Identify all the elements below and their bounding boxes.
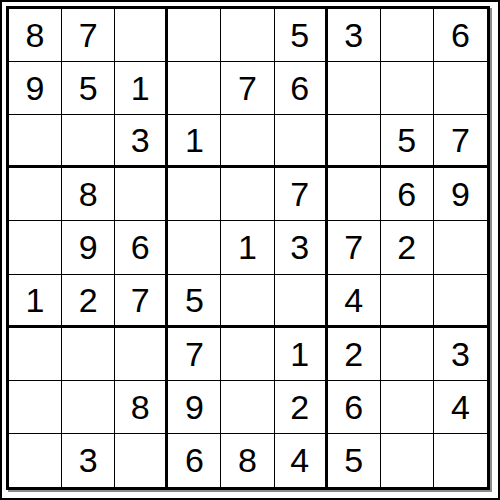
cell-r1c9[interactable]: 6 — [434, 9, 487, 62]
cell-r2c8[interactable] — [381, 62, 434, 115]
cell-r9c4[interactable]: 6 — [168, 434, 221, 487]
cell-r9c6[interactable]: 4 — [275, 434, 328, 487]
cell-r8c1[interactable] — [9, 381, 62, 434]
cell-r6c7[interactable]: 4 — [328, 275, 381, 328]
cell-r2c7[interactable] — [328, 62, 381, 115]
cell-r2c2[interactable]: 5 — [62, 62, 115, 115]
cell-r7c7[interactable]: 2 — [328, 328, 381, 381]
cell-r7c2[interactable] — [62, 328, 115, 381]
cell-r9c9[interactable] — [434, 434, 487, 487]
cell-r4c7[interactable] — [328, 168, 381, 221]
cell-r4c9[interactable]: 9 — [434, 168, 487, 221]
cell-r6c3[interactable]: 7 — [115, 275, 168, 328]
cell-r1c3[interactable] — [115, 9, 168, 62]
cell-r7c9[interactable]: 3 — [434, 328, 487, 381]
cell-r4c3[interactable] — [115, 168, 168, 221]
cell-r4c5[interactable] — [221, 168, 274, 221]
cell-r7c3[interactable] — [115, 328, 168, 381]
cell-r2c9[interactable] — [434, 62, 487, 115]
cell-r1c1[interactable]: 8 — [9, 9, 62, 62]
cell-r1c2[interactable]: 7 — [62, 9, 115, 62]
cell-r8c6[interactable]: 2 — [275, 381, 328, 434]
cell-r3c9[interactable]: 7 — [434, 115, 487, 168]
cell-r9c8[interactable] — [381, 434, 434, 487]
cell-r5c4[interactable] — [168, 221, 221, 274]
cell-r5c9[interactable] — [434, 221, 487, 274]
cell-r9c3[interactable] — [115, 434, 168, 487]
cell-r5c5[interactable]: 1 — [221, 221, 274, 274]
cell-r3c8[interactable]: 5 — [381, 115, 434, 168]
cell-r5c3[interactable]: 6 — [115, 221, 168, 274]
cell-r7c1[interactable] — [9, 328, 62, 381]
cell-r8c8[interactable] — [381, 381, 434, 434]
cell-r4c2[interactable]: 8 — [62, 168, 115, 221]
cell-r6c1[interactable]: 1 — [9, 275, 62, 328]
cell-r3c2[interactable] — [62, 115, 115, 168]
image-frame: 8753695176315787699613721275471238926436… — [0, 0, 500, 500]
cell-r4c4[interactable] — [168, 168, 221, 221]
cell-r1c4[interactable] — [168, 9, 221, 62]
cell-r8c3[interactable]: 8 — [115, 381, 168, 434]
cell-r7c8[interactable] — [381, 328, 434, 381]
cell-r1c8[interactable] — [381, 9, 434, 62]
cell-r3c4[interactable]: 1 — [168, 115, 221, 168]
cell-r2c1[interactable]: 9 — [9, 62, 62, 115]
cell-r5c1[interactable] — [9, 221, 62, 274]
cell-r6c4[interactable]: 5 — [168, 275, 221, 328]
cell-r3c3[interactable]: 3 — [115, 115, 168, 168]
cell-r9c7[interactable]: 5 — [328, 434, 381, 487]
cell-r5c8[interactable]: 2 — [381, 221, 434, 274]
cell-r7c5[interactable] — [221, 328, 274, 381]
cell-r6c6[interactable] — [275, 275, 328, 328]
cell-r7c6[interactable]: 1 — [275, 328, 328, 381]
cell-r8c9[interactable]: 4 — [434, 381, 487, 434]
cell-r3c6[interactable] — [275, 115, 328, 168]
cell-r1c7[interactable]: 3 — [328, 9, 381, 62]
cell-r5c6[interactable]: 3 — [275, 221, 328, 274]
cell-r6c5[interactable] — [221, 275, 274, 328]
cell-r2c5[interactable]: 7 — [221, 62, 274, 115]
cell-r9c2[interactable]: 3 — [62, 434, 115, 487]
cell-r4c6[interactable]: 7 — [275, 168, 328, 221]
cell-r8c2[interactable] — [62, 381, 115, 434]
cell-r2c6[interactable]: 6 — [275, 62, 328, 115]
cell-r9c1[interactable] — [9, 434, 62, 487]
cell-r4c1[interactable] — [9, 168, 62, 221]
cell-r4c8[interactable]: 6 — [381, 168, 434, 221]
cell-r3c7[interactable] — [328, 115, 381, 168]
cell-r7c4[interactable]: 7 — [168, 328, 221, 381]
cell-r3c5[interactable] — [221, 115, 274, 168]
cell-r6c9[interactable] — [434, 275, 487, 328]
cell-r1c5[interactable] — [221, 9, 274, 62]
cell-r8c7[interactable]: 6 — [328, 381, 381, 434]
cell-r2c3[interactable]: 1 — [115, 62, 168, 115]
cell-r5c7[interactable]: 7 — [328, 221, 381, 274]
sudoku-board: 8753695176315787699613721275471238926436… — [6, 6, 490, 490]
cell-r5c2[interactable]: 9 — [62, 221, 115, 274]
cell-r6c8[interactable] — [381, 275, 434, 328]
cell-r1c6[interactable]: 5 — [275, 9, 328, 62]
cell-r8c4[interactable]: 9 — [168, 381, 221, 434]
cell-r2c4[interactable] — [168, 62, 221, 115]
cell-r8c5[interactable] — [221, 381, 274, 434]
cell-r3c1[interactable] — [9, 115, 62, 168]
cell-r9c5[interactable]: 8 — [221, 434, 274, 487]
cell-r6c2[interactable]: 2 — [62, 275, 115, 328]
